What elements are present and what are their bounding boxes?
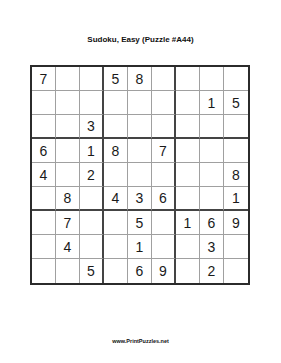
sudoku-cell-r5c2[interactable]: [56, 163, 80, 187]
sudoku-cell-r9c1[interactable]: [32, 259, 56, 283]
puzzle-page: Sudoku, Easy (Puzzle #A44) 7581536187428…: [0, 0, 281, 363]
sudoku-cell-r7c2[interactable]: 7: [56, 211, 80, 235]
page-title: Sudoku, Easy (Puzzle #A44): [0, 35, 281, 45]
sudoku-cell-r9c8[interactable]: 2: [200, 259, 224, 283]
sudoku-cell-r9c7[interactable]: [176, 259, 200, 283]
sudoku-cell-r3c6[interactable]: [152, 115, 176, 139]
sudoku-cell-r5c6[interactable]: [152, 163, 176, 187]
sudoku-cell-r6c6[interactable]: 6: [152, 187, 176, 211]
sudoku-cell-r6c4[interactable]: 4: [104, 187, 128, 211]
sudoku-cell-r2c4[interactable]: [104, 91, 128, 115]
sudoku-cell-r3c1[interactable]: [32, 115, 56, 139]
sudoku-cell-r4c6[interactable]: 7: [152, 139, 176, 163]
sudoku-cell-r3c3[interactable]: 3: [80, 115, 104, 139]
sudoku-cell-r5c8[interactable]: [200, 163, 224, 187]
sudoku-cell-r8c4[interactable]: [104, 235, 128, 259]
sudoku-cell-r5c1[interactable]: 4: [32, 163, 56, 187]
sudoku-cell-r3c9[interactable]: [224, 115, 248, 139]
sudoku-cell-r9c3[interactable]: 5: [80, 259, 104, 283]
sudoku-cell-r6c1[interactable]: [32, 187, 56, 211]
sudoku-cell-r8c9[interactable]: [224, 235, 248, 259]
sudoku-cell-r6c5[interactable]: 3: [128, 187, 152, 211]
sudoku-cell-r1c5[interactable]: 8: [128, 67, 152, 91]
sudoku-cell-r7c9[interactable]: 9: [224, 211, 248, 235]
sudoku-cell-r8c7[interactable]: [176, 235, 200, 259]
sudoku-cell-r4c9[interactable]: [224, 139, 248, 163]
sudoku-cell-r4c5[interactable]: [128, 139, 152, 163]
sudoku-cell-r7c6[interactable]: [152, 211, 176, 235]
sudoku-cell-r8c1[interactable]: [32, 235, 56, 259]
sudoku-cell-r8c8[interactable]: 3: [200, 235, 224, 259]
sudoku-cell-r6c3[interactable]: [80, 187, 104, 211]
sudoku-cell-r2c6[interactable]: [152, 91, 176, 115]
sudoku-grid: 758153618742884361751694135692: [30, 65, 250, 285]
sudoku-cell-r3c7[interactable]: [176, 115, 200, 139]
sudoku-cell-r7c7[interactable]: 1: [176, 211, 200, 235]
sudoku-cell-r2c1[interactable]: [32, 91, 56, 115]
sudoku-cell-r9c9[interactable]: [224, 259, 248, 283]
sudoku-cell-r8c5[interactable]: 1: [128, 235, 152, 259]
sudoku-cell-r1c9[interactable]: [224, 67, 248, 91]
footer-url: www.PrintPuzzles.net: [0, 338, 281, 344]
sudoku-cell-r9c6[interactable]: 9: [152, 259, 176, 283]
sudoku-cell-r6c9[interactable]: 1: [224, 187, 248, 211]
sudoku-cell-r3c4[interactable]: [104, 115, 128, 139]
sudoku-cell-r8c3[interactable]: [80, 235, 104, 259]
sudoku-cell-r5c5[interactable]: [128, 163, 152, 187]
sudoku-cell-r3c2[interactable]: [56, 115, 80, 139]
sudoku-cell-r1c3[interactable]: [80, 67, 104, 91]
sudoku-cell-r6c2[interactable]: 8: [56, 187, 80, 211]
sudoku-cell-r2c9[interactable]: 5: [224, 91, 248, 115]
sudoku-cell-r2c5[interactable]: [128, 91, 152, 115]
sudoku-cell-r9c2[interactable]: [56, 259, 80, 283]
sudoku-cell-r8c2[interactable]: 4: [56, 235, 80, 259]
sudoku-cell-r3c8[interactable]: [200, 115, 224, 139]
sudoku-cell-r7c3[interactable]: [80, 211, 104, 235]
sudoku-cell-r4c4[interactable]: 8: [104, 139, 128, 163]
sudoku-cell-r5c9[interactable]: 8: [224, 163, 248, 187]
sudoku-cell-r2c8[interactable]: 1: [200, 91, 224, 115]
sudoku-cell-r1c4[interactable]: 5: [104, 67, 128, 91]
sudoku-cell-r5c4[interactable]: [104, 163, 128, 187]
sudoku-cell-r1c6[interactable]: [152, 67, 176, 91]
sudoku-cell-r4c2[interactable]: [56, 139, 80, 163]
sudoku-cell-r4c8[interactable]: [200, 139, 224, 163]
sudoku-cell-r7c4[interactable]: [104, 211, 128, 235]
sudoku-cell-r1c8[interactable]: [200, 67, 224, 91]
sudoku-cell-r5c3[interactable]: 2: [80, 163, 104, 187]
sudoku-cell-r7c8[interactable]: 6: [200, 211, 224, 235]
sudoku-cell-r8c6[interactable]: [152, 235, 176, 259]
sudoku-cell-r4c7[interactable]: [176, 139, 200, 163]
sudoku-cell-r2c3[interactable]: [80, 91, 104, 115]
sudoku-cell-r1c2[interactable]: [56, 67, 80, 91]
sudoku-cell-r5c7[interactable]: [176, 163, 200, 187]
sudoku-cell-r1c1[interactable]: 7: [32, 67, 56, 91]
sudoku-cell-r9c4[interactable]: [104, 259, 128, 283]
sudoku-cell-r7c5[interactable]: 5: [128, 211, 152, 235]
sudoku-cell-r2c2[interactable]: [56, 91, 80, 115]
sudoku-cell-r4c3[interactable]: 1: [80, 139, 104, 163]
sudoku-cell-r9c5[interactable]: 6: [128, 259, 152, 283]
sudoku-cell-r7c1[interactable]: [32, 211, 56, 235]
sudoku-cell-r6c7[interactable]: [176, 187, 200, 211]
sudoku-cell-r3c5[interactable]: [128, 115, 152, 139]
sudoku-cell-r6c8[interactable]: [200, 187, 224, 211]
sudoku-cell-r1c7[interactable]: [176, 67, 200, 91]
sudoku-cell-r2c7[interactable]: [176, 91, 200, 115]
sudoku-cell-r4c1[interactable]: 6: [32, 139, 56, 163]
